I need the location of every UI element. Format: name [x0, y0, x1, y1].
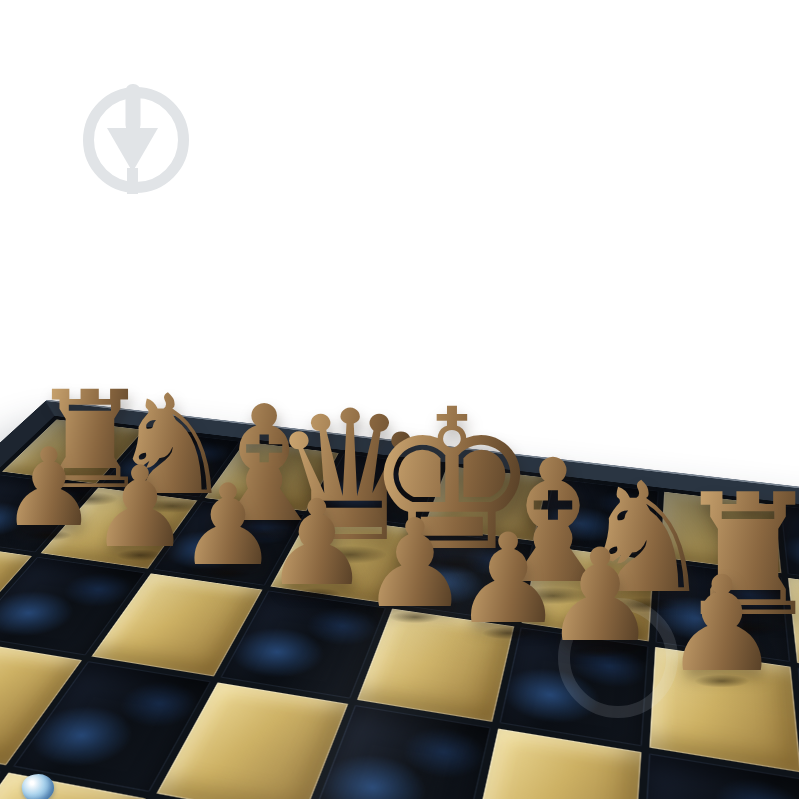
chess-board [0, 401, 799, 799]
square-e8 [423, 466, 548, 541]
plumb-bob-icon [89, 84, 184, 194]
square-g7 [655, 561, 789, 661]
square-e7 [393, 530, 533, 622]
product-photo: ♜♞♝♟♛♟♚♟♟♝♞♟♜♟♟♟ [0, 0, 799, 799]
square-f8 [539, 479, 659, 557]
square-g8 [660, 492, 780, 574]
square-f6 [499, 627, 649, 747]
square-e6 [356, 608, 514, 722]
square-g6 [649, 647, 799, 773]
watermark-logo-icon [0, 0, 300, 230]
square-f7 [521, 545, 654, 641]
